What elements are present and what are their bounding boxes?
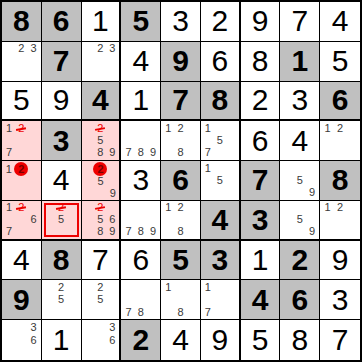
empty-slot	[28, 346, 40, 359]
cell-value: 2	[252, 85, 269, 115]
empty-slot	[55, 306, 67, 318]
candidate-7: 7	[122, 226, 134, 238]
cell-r3c6[interactable]: 8	[201, 82, 241, 122]
empty-slot	[83, 135, 95, 147]
pencil-grid: 78	[122, 281, 159, 318]
cell-value: 1	[92, 6, 109, 36]
cell-value: 6	[172, 165, 189, 195]
cell-r9c5[interactable]: 4	[161, 320, 201, 360]
empty-slot	[67, 294, 79, 306]
empty-slot	[67, 281, 79, 293]
cell-value: 3	[332, 285, 349, 315]
cell-value: 5	[252, 325, 269, 355]
empty-slot	[162, 214, 174, 226]
cell-r1c3[interactable]: 1	[82, 2, 122, 42]
candidate-9: 9	[147, 226, 159, 238]
cell-r1c9[interactable]: 4	[320, 2, 360, 42]
candidate-2: 2	[334, 122, 347, 134]
empty-slot	[28, 226, 40, 238]
candidate-1: 1	[3, 122, 15, 134]
empty-slot	[43, 214, 55, 226]
empty-slot	[226, 174, 238, 186]
empty-slot	[187, 294, 199, 306]
empty-slot	[306, 214, 318, 226]
candidate-1: 1	[321, 202, 334, 214]
empty-slot	[3, 135, 15, 147]
empty-slot	[346, 135, 359, 147]
empty-slot	[14, 187, 28, 198]
empty-slot	[43, 294, 55, 306]
pencil-grid: 12	[321, 202, 359, 238]
empty-slot	[147, 135, 159, 147]
cell-r5c3[interactable]: 259	[82, 161, 122, 201]
empty-slot	[122, 214, 134, 226]
candidate-8: 8	[135, 306, 147, 318]
empty-slot	[187, 147, 199, 159]
candidate-7: 7	[3, 147, 15, 159]
empty-slot	[226, 306, 238, 318]
cell-r2c5[interactable]: 9	[161, 42, 201, 82]
empty-slot	[174, 214, 186, 226]
empty-slot	[135, 214, 147, 226]
pencil-grid: 25689	[83, 202, 119, 238]
pencil-grid: 127	[3, 122, 40, 159]
cell-r6c9[interactable]: 12	[320, 201, 360, 241]
candidate-2: 2	[14, 162, 28, 176]
candidate-3: 3	[106, 43, 118, 55]
cell-value: 9	[13, 285, 30, 315]
cell-r3c9[interactable]: 6	[320, 82, 360, 122]
empty-slot	[15, 135, 27, 147]
cell-value: 9	[172, 46, 189, 76]
cell-r6c3[interactable]: 25689	[82, 201, 122, 241]
empty-slot	[202, 187, 214, 199]
candidate-8: 8	[94, 226, 106, 238]
cell-value: 2	[211, 6, 228, 36]
cell-r3c5[interactable]: 7	[161, 82, 201, 122]
cell-r4c1[interactable]: 127	[2, 121, 42, 161]
empty-slot	[83, 147, 95, 159]
empty-slot	[28, 202, 40, 214]
empty-slot	[214, 147, 226, 159]
cell-value: 4	[53, 165, 70, 195]
cell-value: 1	[132, 85, 149, 115]
candidate-8: 8	[174, 226, 186, 238]
candidate-7: 7	[202, 147, 214, 159]
cell-r7c7[interactable]: 1	[241, 241, 281, 281]
empty-slot	[28, 122, 40, 134]
empty-slot	[214, 187, 226, 199]
candidate-5: 5	[214, 135, 226, 147]
cell-value: 9	[252, 6, 269, 36]
empty-slot	[135, 202, 147, 214]
empty-slot	[83, 67, 95, 79]
cell-value: 3	[291, 85, 308, 115]
candidate-7: 7	[202, 306, 214, 318]
empty-slot	[107, 176, 118, 187]
empty-slot	[226, 135, 238, 147]
empty-slot	[226, 294, 238, 306]
cell-r7c6[interactable]: 3	[201, 241, 241, 281]
candidate-7: 7	[122, 147, 134, 159]
cell-r2c4[interactable]: 4	[121, 42, 161, 82]
pencil-grid: 25	[83, 281, 119, 318]
empty-slot	[294, 226, 306, 238]
cell-r7c8[interactable]: 2	[280, 241, 320, 281]
pencil-grid: 128	[162, 202, 199, 238]
candidate-9: 9	[106, 147, 118, 159]
empty-slot	[226, 162, 238, 174]
cell-value: 7	[332, 325, 349, 355]
empty-slot	[67, 306, 79, 318]
pencil-grid: 12	[3, 162, 40, 199]
empty-slot	[106, 281, 118, 293]
empty-slot	[28, 67, 40, 79]
candidate-2: 2	[15, 43, 27, 55]
cell-value: 8	[13, 6, 30, 36]
cell-r4c9[interactable]: 12	[320, 121, 360, 161]
empty-slot	[28, 147, 40, 159]
empty-slot	[187, 306, 199, 318]
empty-slot	[281, 226, 293, 238]
cell-r6c4[interactable]: 789	[121, 201, 161, 241]
empty-slot	[83, 122, 95, 134]
cell-r8c2[interactable]: 25	[42, 280, 82, 320]
cell-r4c6[interactable]: 157	[201, 121, 241, 161]
candidate-2: 2	[55, 202, 67, 214]
cell-r8c4[interactable]: 78	[121, 280, 161, 320]
empty-slot	[346, 226, 359, 238]
pencil-grid: 789	[122, 202, 159, 238]
candidate-1: 1	[202, 281, 214, 293]
cell-value: 2	[291, 245, 308, 275]
cell-value: 4	[13, 245, 30, 275]
empty-slot	[67, 202, 79, 214]
cell-r1c1[interactable]: 8	[2, 2, 42, 42]
candidate-2: 2	[15, 122, 27, 134]
empty-slot	[43, 202, 55, 214]
cell-r5c9[interactable]: 8	[320, 161, 360, 201]
empty-slot	[334, 135, 347, 147]
empty-slot	[346, 147, 359, 159]
cell-r1c8[interactable]: 7	[280, 2, 320, 42]
empty-slot	[147, 294, 159, 306]
candidate-6: 6	[28, 214, 40, 226]
cell-value: 1	[291, 46, 308, 76]
cell-r7c3[interactable]: 7	[82, 241, 122, 281]
empty-slot	[94, 67, 106, 79]
cell-r6c8[interactable]: 59	[280, 201, 320, 241]
cell-r7c5[interactable]: 5	[161, 241, 201, 281]
cell-r2c8[interactable]: 1	[280, 42, 320, 82]
empty-slot	[214, 122, 226, 134]
empty-slot	[83, 187, 94, 198]
candidate-3: 3	[28, 321, 40, 334]
empty-slot	[202, 294, 214, 306]
empty-slot	[83, 162, 94, 176]
cell-r9c9[interactable]: 7	[320, 320, 360, 360]
candidate-5: 5	[93, 176, 107, 187]
empty-slot	[306, 162, 318, 174]
cell-r8c8[interactable]: 6	[280, 280, 320, 320]
cell-r1c5[interactable]: 3	[161, 2, 201, 42]
cell-r8c1[interactable]: 9	[2, 280, 42, 320]
candidate-9: 9	[306, 187, 318, 199]
candidate-6: 6	[106, 334, 118, 347]
empty-slot	[83, 321, 95, 334]
empty-slot	[55, 226, 67, 238]
cell-value: 3	[252, 205, 269, 235]
empty-slot	[162, 306, 174, 318]
pencil-grid: 18	[162, 281, 199, 318]
empty-slot	[43, 306, 55, 318]
cell-r7c9[interactable]: 9	[320, 241, 360, 281]
empty-slot	[281, 187, 293, 199]
cell-r2c1[interactable]: 23	[2, 42, 42, 82]
candidate-8: 8	[135, 147, 147, 159]
empty-slot	[28, 162, 39, 176]
cell-r2c6[interactable]: 6	[201, 42, 241, 82]
candidate-8: 8	[174, 147, 186, 159]
cell-value: 3	[53, 126, 70, 156]
candidate-5: 5	[294, 174, 306, 186]
cell-r5c8[interactable]: 59	[280, 161, 320, 201]
empty-slot	[321, 214, 334, 226]
empty-slot	[15, 226, 27, 238]
cell-r7c4[interactable]: 6	[121, 241, 161, 281]
cell-r6c2[interactable]: 25	[42, 201, 82, 241]
pencil-grid: 789	[122, 122, 159, 159]
empty-slot	[15, 67, 27, 79]
empty-slot	[122, 281, 134, 293]
empty-slot	[135, 294, 147, 306]
pencil-grid: 36	[83, 321, 119, 359]
empty-slot	[28, 176, 39, 187]
cell-value: 1	[53, 325, 70, 355]
empty-slot	[147, 281, 159, 293]
cell-r3c4[interactable]: 1	[121, 82, 161, 122]
cell-value: 7	[172, 85, 189, 115]
empty-slot	[15, 214, 27, 226]
cell-r1c4[interactable]: 5	[121, 2, 161, 42]
cell-value: 7	[92, 245, 109, 275]
cell-value: 7	[53, 46, 70, 76]
empty-slot	[83, 294, 95, 306]
empty-slot	[294, 202, 306, 214]
cell-r6c5[interactable]: 128	[161, 201, 201, 241]
cell-r4c2[interactable]: 3	[42, 121, 82, 161]
cell-r6c1[interactable]: 1267	[2, 201, 42, 241]
empty-slot	[43, 226, 55, 238]
empty-slot	[93, 187, 107, 198]
pencil-grid: 17	[202, 281, 238, 318]
cell-r2c7[interactable]: 8	[241, 42, 281, 82]
empty-slot	[346, 122, 359, 134]
cell-r4c8[interactable]: 4	[280, 121, 320, 161]
empty-slot	[106, 67, 118, 79]
empty-slot	[106, 55, 118, 67]
empty-slot	[3, 176, 14, 187]
cell-r9c3[interactable]: 36	[82, 320, 122, 360]
pencil-grid: 2589	[83, 122, 119, 159]
cell-r4c7[interactable]: 6	[241, 121, 281, 161]
cell-r3c8[interactable]: 3	[280, 82, 320, 122]
cell-value: 4	[211, 205, 228, 235]
empty-slot	[135, 135, 147, 147]
candidate-9: 9	[107, 187, 118, 198]
cell-r9c2[interactable]: 1	[42, 320, 82, 360]
cell-value: 6	[332, 85, 349, 115]
empty-slot	[107, 162, 118, 176]
empty-slot	[346, 214, 359, 226]
cell-value: 8	[252, 46, 269, 76]
empty-slot	[15, 346, 27, 359]
empty-slot	[187, 202, 199, 214]
empty-slot	[214, 294, 226, 306]
cell-r8c3[interactable]: 25	[82, 280, 122, 320]
cell-r8c9[interactable]: 3	[320, 280, 360, 320]
empty-slot	[106, 122, 118, 134]
cell-r8c7[interactable]: 4	[241, 280, 281, 320]
candidate-5: 5	[94, 135, 106, 147]
cell-r8c5[interactable]: 18	[161, 280, 201, 320]
cell-r5c2[interactable]: 4	[42, 161, 82, 201]
candidate-5: 5	[294, 214, 306, 226]
candidate-8: 8	[174, 306, 186, 318]
empty-slot	[3, 187, 14, 198]
cell-r3c2[interactable]: 9	[42, 82, 82, 122]
cell-r7c2[interactable]: 8	[42, 241, 82, 281]
empty-slot	[306, 202, 318, 214]
empty-slot	[202, 135, 214, 147]
cell-r2c9[interactable]: 5	[320, 42, 360, 82]
empty-slot	[67, 226, 79, 238]
cell-value: 6	[211, 46, 228, 76]
empty-slot	[15, 321, 27, 334]
candidate-2: 2	[94, 281, 106, 293]
candidate-6: 6	[106, 214, 118, 226]
cell-r5c5[interactable]: 6	[161, 161, 201, 201]
cell-r6c6[interactable]: 4	[201, 201, 241, 241]
empty-slot	[226, 147, 238, 159]
cell-value: 4	[252, 285, 269, 315]
cell-value: 4	[291, 126, 308, 156]
candidate-1: 1	[162, 202, 174, 214]
cell-value: 6	[132, 245, 149, 275]
empty-slot	[3, 55, 15, 67]
pencil-grid: 12	[321, 122, 359, 159]
empty-slot	[162, 294, 174, 306]
candidate-6: 6	[28, 334, 40, 347]
cell-r4c4[interactable]: 789	[121, 121, 161, 161]
empty-slot	[83, 346, 95, 359]
empty-slot	[122, 202, 134, 214]
pencil-grid: 25	[43, 281, 80, 318]
cell-r9c1[interactable]: 36	[2, 320, 42, 360]
cell-r6c7[interactable]: 3	[241, 201, 281, 241]
empty-slot	[174, 281, 186, 293]
empty-slot	[162, 135, 174, 147]
cell-r9c7[interactable]: 5	[241, 320, 281, 360]
candidate-5: 5	[94, 294, 106, 306]
empty-slot	[334, 214, 347, 226]
empty-slot	[94, 321, 106, 334]
cell-r7c1[interactable]: 4	[2, 241, 42, 281]
cell-r5c1[interactable]: 12	[2, 161, 42, 201]
empty-slot	[94, 346, 106, 359]
cell-r4c5[interactable]: 128	[161, 121, 201, 161]
empty-slot	[83, 226, 95, 238]
cell-r3c7[interactable]: 2	[241, 82, 281, 122]
cell-r9c8[interactable]: 8	[280, 320, 320, 360]
candidate-8: 8	[94, 147, 106, 159]
empty-slot	[83, 176, 94, 187]
candidate-2: 2	[55, 281, 67, 293]
empty-slot	[147, 202, 159, 214]
cell-r5c7[interactable]: 7	[241, 161, 281, 201]
empty-slot	[28, 55, 40, 67]
cell-r2c3[interactable]: 23	[82, 42, 122, 82]
cell-r5c6[interactable]: 15	[201, 161, 241, 201]
empty-slot	[334, 147, 347, 159]
pencil-grid: 157	[202, 122, 238, 159]
cell-value: 6	[291, 285, 308, 315]
cell-r2c2[interactable]: 7	[42, 42, 82, 82]
cell-r3c3[interactable]: 4	[82, 82, 122, 122]
empty-slot	[3, 214, 15, 226]
cell-r5c4[interactable]: 3	[121, 161, 161, 201]
empty-slot	[3, 334, 15, 347]
cell-value: 5	[132, 6, 149, 36]
empty-slot	[187, 281, 199, 293]
cell-value: 1	[252, 245, 269, 275]
cell-r9c4[interactable]: 2	[121, 320, 161, 360]
cell-value: 4	[172, 325, 189, 355]
cell-value: 4	[92, 85, 109, 115]
sudoku-board: 8615329742372349681559417823612732589789…	[0, 0, 362, 362]
empty-slot	[321, 147, 334, 159]
empty-slot	[306, 174, 318, 186]
cell-value: 5	[332, 46, 349, 76]
cell-r1c6[interactable]: 2	[201, 2, 241, 42]
empty-slot	[106, 294, 118, 306]
empty-slot	[294, 187, 306, 199]
cell-r1c7[interactable]: 9	[241, 2, 281, 42]
candidate-9: 9	[306, 226, 318, 238]
candidate-7: 7	[3, 226, 15, 238]
empty-slot	[106, 306, 118, 318]
empty-slot	[15, 147, 27, 159]
cell-r1c2[interactable]: 6	[42, 2, 82, 42]
empty-slot	[83, 281, 95, 293]
candidate-1: 1	[162, 122, 174, 134]
empty-slot	[3, 43, 15, 55]
empty-slot	[281, 174, 293, 186]
cell-r4c3[interactable]: 2589	[82, 121, 122, 161]
cell-value: 5	[172, 245, 189, 275]
cell-r3c1[interactable]: 5	[2, 82, 42, 122]
pencil-grid: 23	[3, 43, 40, 80]
empty-slot	[106, 346, 118, 359]
cell-value: 8	[332, 165, 349, 195]
empty-slot	[346, 202, 359, 214]
empty-slot	[94, 55, 106, 67]
empty-slot	[321, 226, 334, 238]
candidate-1: 1	[202, 122, 214, 134]
cell-r8c6[interactable]: 17	[201, 280, 241, 320]
empty-slot	[67, 214, 79, 226]
cell-r9c6[interactable]: 9	[201, 320, 241, 360]
